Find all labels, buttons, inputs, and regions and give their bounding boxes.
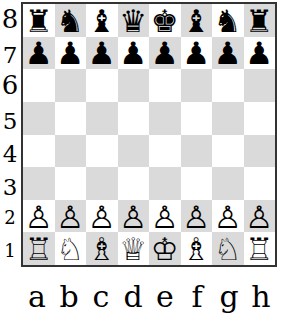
piece-black-rook: ♜ — [25, 6, 53, 37]
piece-white-pawn: ♙ — [245, 202, 273, 233]
square-e3[interactable] — [149, 167, 181, 200]
square-e1[interactable]: ♔ — [149, 232, 181, 265]
piece-white-rook: ♖ — [245, 234, 273, 265]
piece-white-knight: ♘ — [214, 234, 242, 265]
square-a8[interactable]: ♜ — [23, 4, 55, 37]
square-h4[interactable] — [244, 135, 276, 168]
square-f4[interactable] — [181, 135, 213, 168]
piece-white-queen: ♕ — [119, 234, 147, 265]
square-d5[interactable] — [118, 102, 150, 135]
rank-label-5: 5 — [0, 104, 20, 137]
square-b7[interactable]: ♟ — [55, 37, 87, 70]
file-label-g: g — [213, 266, 245, 319]
square-c5[interactable] — [86, 102, 118, 135]
piece-black-rook: ♜ — [245, 6, 273, 37]
square-c8[interactable]: ♝ — [86, 4, 118, 37]
square-g5[interactable] — [212, 102, 244, 135]
square-f5[interactable] — [181, 102, 213, 135]
square-f2[interactable]: ♙ — [181, 200, 213, 233]
piece-black-pawn: ♟ — [151, 38, 179, 69]
piece-black-pawn: ♟ — [56, 38, 84, 69]
square-h7[interactable]: ♟ — [244, 37, 276, 70]
chessboard: ♜♞♝♛♚♝♞♜♟♟♟♟♟♟♟♟♙♙♙♙♙♙♙♙♖♘♗♕♔♗♘♖ — [21, 2, 277, 267]
file-labels: a b c d e f g h — [21, 266, 277, 319]
file-label-h: h — [245, 266, 277, 319]
square-e7[interactable]: ♟ — [149, 37, 181, 70]
chess-diagram: 8 7 6 5 4 3 2 1 ♜♞♝♛♚♝♞♜♟♟♟♟♟♟♟♟♙♙♙♙♙♙♙♙… — [0, 0, 282, 319]
square-b8[interactable]: ♞ — [55, 4, 87, 37]
file-label-d: d — [117, 266, 149, 319]
file-label-e: e — [149, 266, 181, 319]
file-label-b: b — [53, 266, 85, 319]
square-a5[interactable] — [23, 102, 55, 135]
square-a7[interactable]: ♟ — [23, 37, 55, 70]
piece-black-pawn: ♟ — [245, 38, 273, 69]
file-label-c: c — [85, 266, 117, 319]
rank-label-1: 1 — [0, 234, 20, 267]
square-f7[interactable]: ♟ — [181, 37, 213, 70]
square-a4[interactable] — [23, 135, 55, 168]
square-b4[interactable] — [55, 135, 87, 168]
square-f6[interactable] — [181, 69, 213, 102]
square-h3[interactable] — [244, 167, 276, 200]
piece-white-pawn: ♙ — [56, 202, 84, 233]
square-a3[interactable] — [23, 167, 55, 200]
piece-white-pawn: ♙ — [182, 202, 210, 233]
square-g7[interactable]: ♟ — [212, 37, 244, 70]
piece-white-pawn: ♙ — [119, 202, 147, 233]
square-h5[interactable] — [244, 102, 276, 135]
square-d3[interactable] — [118, 167, 150, 200]
piece-white-bishop: ♗ — [88, 234, 116, 265]
square-c4[interactable] — [86, 135, 118, 168]
piece-black-pawn: ♟ — [88, 38, 116, 69]
square-h1[interactable]: ♖ — [244, 232, 276, 265]
piece-black-knight: ♞ — [56, 6, 84, 37]
square-c7[interactable]: ♟ — [86, 37, 118, 70]
square-d6[interactable] — [118, 69, 150, 102]
piece-black-pawn: ♟ — [25, 38, 53, 69]
square-f8[interactable]: ♝ — [181, 4, 213, 37]
rank-label-4: 4 — [0, 138, 20, 171]
square-c3[interactable] — [86, 167, 118, 200]
square-a1[interactable]: ♖ — [23, 232, 55, 265]
square-g4[interactable] — [212, 135, 244, 168]
piece-white-pawn: ♙ — [214, 202, 242, 233]
square-e5[interactable] — [149, 102, 181, 135]
square-a2[interactable]: ♙ — [23, 200, 55, 233]
piece-black-knight: ♞ — [214, 6, 242, 37]
piece-white-knight: ♘ — [56, 234, 84, 265]
square-d7[interactable]: ♟ — [118, 37, 150, 70]
square-a6[interactable] — [23, 69, 55, 102]
square-g1[interactable]: ♘ — [212, 232, 244, 265]
square-h8[interactable]: ♜ — [244, 4, 276, 37]
square-f3[interactable] — [181, 167, 213, 200]
piece-black-queen: ♛ — [119, 6, 147, 37]
square-g8[interactable]: ♞ — [212, 4, 244, 37]
piece-black-pawn: ♟ — [182, 38, 210, 69]
square-b5[interactable] — [55, 102, 87, 135]
piece-white-king: ♔ — [151, 234, 179, 265]
piece-black-bishop: ♝ — [182, 6, 210, 37]
rank-label-2: 2 — [0, 201, 20, 234]
rank-label-6: 6 — [0, 68, 20, 101]
square-h2[interactable]: ♙ — [244, 200, 276, 233]
square-c2[interactable]: ♙ — [86, 200, 118, 233]
square-g3[interactable] — [212, 167, 244, 200]
piece-black-pawn: ♟ — [214, 38, 242, 69]
piece-black-king: ♚ — [151, 6, 179, 37]
rank-labels: 8 7 6 5 4 3 2 1 — [0, 2, 20, 267]
square-g6[interactable] — [212, 69, 244, 102]
square-e8[interactable]: ♚ — [149, 4, 181, 37]
square-d8[interactable]: ♛ — [118, 4, 150, 37]
piece-black-pawn: ♟ — [119, 38, 147, 69]
piece-white-rook: ♖ — [25, 234, 53, 265]
rank-label-8: 8 — [0, 2, 20, 35]
square-e6[interactable] — [149, 69, 181, 102]
square-e2[interactable]: ♙ — [149, 200, 181, 233]
square-d1[interactable]: ♕ — [118, 232, 150, 265]
square-b3[interactable] — [55, 167, 87, 200]
piece-white-pawn: ♙ — [151, 202, 179, 233]
square-e4[interactable] — [149, 135, 181, 168]
square-g2[interactable]: ♙ — [212, 200, 244, 233]
piece-white-pawn: ♙ — [88, 202, 116, 233]
piece-black-bishop: ♝ — [88, 6, 116, 37]
file-label-f: f — [181, 266, 213, 319]
piece-white-pawn: ♙ — [25, 202, 53, 233]
file-label-a: a — [21, 266, 53, 319]
rank-label-3: 3 — [0, 171, 20, 204]
square-b6[interactable] — [55, 69, 87, 102]
rank-label-7: 7 — [0, 38, 20, 71]
square-c1[interactable]: ♗ — [86, 232, 118, 265]
square-c6[interactable] — [86, 69, 118, 102]
square-b2[interactable]: ♙ — [55, 200, 87, 233]
square-h6[interactable] — [244, 69, 276, 102]
square-d2[interactable]: ♙ — [118, 200, 150, 233]
square-f1[interactable]: ♗ — [181, 232, 213, 265]
square-b1[interactable]: ♘ — [55, 232, 87, 265]
piece-white-bishop: ♗ — [182, 234, 210, 265]
square-d4[interactable] — [118, 135, 150, 168]
